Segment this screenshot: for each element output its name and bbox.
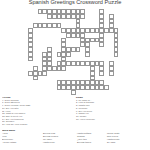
clue-line: 17. How are you? (formal) [2, 123, 76, 126]
word-bank-item: ¿Cómo estás? [2, 140, 43, 143]
word-bank: Word Bank AdiósHolaBienvenido¿Cómo estás… [2, 128, 148, 143]
clues-section: Across 4. Good morning8. Good afternoon9… [2, 95, 148, 143]
word-bank-column: Buenos díasBuenas nochesMe llamoHasta lu… [43, 132, 77, 143]
page-title: Spanish Greetings Crossword Puzzle [0, 0, 150, 6]
word-bank-column: AdiósHolaBienvenido¿Cómo estás? [2, 132, 43, 143]
word-bank-item: Buenas tardes [77, 140, 107, 143]
word-bank-columns: AdiósHolaBienvenido¿Cómo estás?Buenos dí… [2, 132, 148, 143]
word-bank-column: Hasta mañanaGracias¿Qué tal?Buenas tarde… [77, 132, 107, 143]
word-bank-item: De nada [107, 140, 148, 143]
clue-line: 18. You're welcome [76, 117, 148, 120]
word-bank-item: Hasta luego [43, 140, 77, 143]
word-bank-heading: Word Bank [2, 128, 148, 131]
down-clue-list: 1. My name is...2. How is it going?3. Wh… [76, 99, 148, 121]
across-clue-list: 4. Good morning8. Good afternoon9. Good … [2, 99, 76, 126]
word-bank-column: Mucho gustoNos vemosHasta prontoDe nada [107, 132, 148, 143]
down-clues: Down 1. My name is...2. How is it going?… [76, 95, 148, 126]
crossword-grid [28, 9, 123, 95]
across-clues: Across 4. Good morning8. Good afternoon9… [2, 95, 76, 126]
